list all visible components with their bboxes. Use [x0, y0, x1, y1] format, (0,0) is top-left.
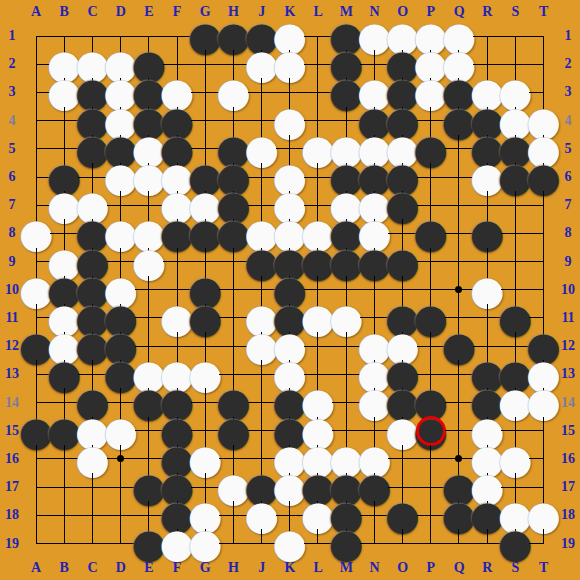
black-stone: ●: [473, 219, 501, 247]
grid-line-vertical: [458, 163, 459, 191]
column-label-top-b: B: [50, 2, 78, 22]
grid-line-horizontal: [529, 317, 544, 318]
grid-line-vertical: [374, 501, 375, 529]
intersection-t14[interactable]: ●: [529, 388, 557, 416]
grid-line-horizontal: [529, 64, 544, 65]
column-label-bottom-o: O: [389, 558, 417, 578]
row-label-right-14: 14: [558, 389, 578, 417]
row-label-right-7: 7: [558, 191, 578, 219]
column-label-bottom-n: N: [360, 558, 388, 578]
intersection-t7[interactable]: [529, 191, 557, 219]
column-label-bottom-e: E: [135, 558, 163, 578]
grid-line-vertical: [317, 78, 318, 106]
intersection-e10[interactable]: [135, 276, 163, 304]
grid-line-vertical: [261, 360, 262, 388]
intersection-k4[interactable]: ●: [276, 107, 304, 135]
intersection-c16[interactable]: ●: [78, 445, 106, 473]
intersection-o16[interactable]: [388, 445, 416, 473]
black-stone: ●: [417, 135, 445, 163]
grid-line-horizontal: [36, 120, 51, 121]
intersection-t2[interactable]: [529, 50, 557, 78]
grid-line-vertical: [430, 332, 431, 360]
column-label-bottom-r: R: [473, 558, 501, 578]
intersection-t6[interactable]: ●: [529, 163, 557, 191]
column-label-top-m: M: [332, 2, 360, 22]
grid-line-vertical: [543, 50, 544, 78]
intersection-t15[interactable]: [529, 417, 557, 445]
intersection-a4[interactable]: [22, 107, 50, 135]
intersection-p19[interactable]: [417, 529, 445, 557]
grid-line-vertical: [402, 529, 403, 544]
grid-line-vertical: [148, 276, 149, 304]
white-stone: ●: [219, 78, 247, 106]
black-stone: ●: [445, 332, 473, 360]
intersection-t9[interactable]: [529, 248, 557, 276]
column-label-top-r: R: [473, 2, 501, 22]
grid-line-vertical: [64, 529, 65, 544]
column-label-top-e: E: [135, 2, 163, 22]
board-grid: ●●●●●●●●●●●●●●●●●●●●●●●●●●●●●●●●●●●●●●●●…: [22, 22, 558, 558]
grid-line-vertical: [36, 360, 37, 388]
grid-line-vertical: [346, 388, 347, 416]
intersection-g11[interactable]: ●: [191, 304, 219, 332]
grid-line-vertical: [543, 36, 544, 51]
grid-line-vertical: [346, 332, 347, 360]
intersection-s8[interactable]: [501, 219, 529, 247]
row-label-left-4: 4: [2, 107, 22, 135]
intersection-a18[interactable]: [22, 501, 50, 529]
intersection-p8[interactable]: ●: [417, 219, 445, 247]
row-label-right-4: 4: [558, 107, 578, 135]
white-stone: ●: [276, 529, 304, 557]
grid-line-vertical: [64, 107, 65, 135]
grid-line-horizontal: [36, 148, 51, 149]
black-stone: ●: [501, 529, 529, 557]
grid-line-vertical: [402, 445, 403, 473]
column-label-bottom-t: T: [530, 558, 558, 578]
hoshi-dot-q16: [455, 455, 462, 462]
grid-line-vertical: [458, 219, 459, 247]
row-label-right-8: 8: [558, 219, 578, 247]
intersection-a5[interactable]: [22, 135, 50, 163]
intersection-p6[interactable]: [417, 163, 445, 191]
intersection-t16[interactable]: [529, 445, 557, 473]
column-label-bottom-f: F: [163, 558, 191, 578]
column-label-top-a: A: [22, 2, 50, 22]
row-label-left-6: 6: [2, 163, 22, 191]
row-label-left-10: 10: [2, 276, 22, 304]
black-stone: ●: [417, 219, 445, 247]
grid-line-vertical: [515, 248, 516, 276]
grid-line-vertical: [205, 107, 206, 135]
grid-line-vertical: [543, 191, 544, 219]
grid-line-horizontal: [529, 36, 544, 37]
grid-line-vertical: [515, 36, 516, 51]
grid-line-vertical: [543, 529, 544, 544]
grid-line-vertical: [458, 248, 459, 276]
grid-line-horizontal: [36, 36, 51, 37]
column-label-top-s: S: [501, 2, 529, 22]
black-stone: ●: [388, 248, 416, 276]
grid-line-vertical: [36, 107, 37, 135]
grid-line-horizontal: [529, 543, 544, 544]
grid-line-vertical: [64, 445, 65, 473]
grid-line-vertical: [92, 529, 93, 544]
intersection-b19[interactable]: [50, 529, 78, 557]
intersection-e9[interactable]: ●: [135, 248, 163, 276]
grid-line-vertical: [487, 304, 488, 332]
white-stone: ●: [107, 417, 135, 445]
grid-line-vertical: [515, 191, 516, 219]
row-label-right-16: 16: [558, 445, 578, 473]
white-stone: ●: [135, 248, 163, 276]
grid-line-vertical: [36, 78, 37, 106]
intersection-s19[interactable]: ●: [501, 529, 529, 557]
grid-line-vertical: [36, 36, 37, 51]
row-label-right-1: 1: [558, 22, 578, 50]
white-stone: ●: [191, 529, 219, 557]
white-stone: ●: [276, 50, 304, 78]
row-label-left-16: 16: [2, 445, 22, 473]
grid-line-vertical: [120, 473, 121, 501]
grid-line-vertical: [36, 135, 37, 163]
grid-line-vertical: [205, 78, 206, 106]
grid-line-horizontal: [36, 458, 51, 459]
row-label-left-5: 5: [2, 135, 22, 163]
intersection-b17[interactable]: [50, 473, 78, 501]
intersection-q9[interactable]: [445, 248, 473, 276]
grid-line-vertical: [233, 332, 234, 360]
column-label-bottom-c: C: [78, 558, 106, 578]
grid-line-vertical: [233, 276, 234, 304]
row-label-left-12: 12: [2, 332, 22, 360]
grid-line-vertical: [317, 529, 318, 544]
intersection-r8[interactable]: ●: [473, 219, 501, 247]
grid-line-vertical: [261, 417, 262, 445]
grid-line-horizontal: [36, 515, 51, 516]
row-label-left-1: 1: [2, 22, 22, 50]
intersection-a1[interactable]: [22, 22, 50, 50]
row-label-left-13: 13: [2, 360, 22, 388]
column-label-bottom-j: J: [248, 558, 276, 578]
grid-line-vertical: [487, 529, 488, 544]
white-stone: ●: [473, 276, 501, 304]
grid-line-vertical: [430, 248, 431, 276]
go-board: ●●●●●●●●●●●●●●●●●●●●●●●●●●●●●●●●●●●●●●●●…: [0, 0, 580, 580]
grid-line-vertical: [543, 445, 544, 473]
column-label-top-d: D: [107, 2, 135, 22]
grid-line-vertical: [261, 78, 262, 106]
grid-line-vertical: [543, 248, 544, 276]
row-label-right-9: 9: [558, 248, 578, 276]
grid-line-vertical: [261, 529, 262, 544]
grid-line-vertical: [430, 473, 431, 501]
intersection-c18[interactable]: [78, 501, 106, 529]
grid-line-vertical: [92, 501, 93, 529]
grid-line-vertical: [317, 50, 318, 78]
grid-line-horizontal: [529, 205, 544, 206]
column-label-bottom-g: G: [191, 558, 219, 578]
grid-line-vertical: [205, 388, 206, 416]
grid-line-vertical: [317, 36, 318, 51]
grid-line-vertical: [458, 388, 459, 416]
black-stone: ●: [417, 417, 445, 445]
grid-line-vertical: [120, 529, 121, 544]
grid-line-vertical: [177, 248, 178, 276]
grid-line-horizontal: [36, 402, 51, 403]
black-stone: ●: [191, 304, 219, 332]
intersection-t8[interactable]: [529, 219, 557, 247]
intersection-h19[interactable]: [219, 529, 247, 557]
intersection-q19[interactable]: [445, 529, 473, 557]
column-label-bottom-s: S: [501, 558, 529, 578]
column-label-top-n: N: [360, 2, 388, 22]
column-label-top-g: G: [191, 2, 219, 22]
row-label-right-12: 12: [558, 332, 578, 360]
intersection-n19[interactable]: [360, 529, 388, 557]
intersection-t10[interactable]: [529, 276, 557, 304]
white-stone: ●: [78, 445, 106, 473]
grid-line-vertical: [430, 501, 431, 529]
intersection-o18[interactable]: ●: [388, 501, 416, 529]
grid-line-vertical: [148, 417, 149, 445]
row-label-left-14: 14: [2, 389, 22, 417]
intersection-c19[interactable]: [78, 529, 106, 557]
row-label-left-7: 7: [2, 191, 22, 219]
grid-line-vertical: [233, 501, 234, 529]
grid-line-horizontal: [529, 261, 544, 262]
intersection-m19[interactable]: ●: [332, 529, 360, 557]
grid-line-vertical: [120, 501, 121, 529]
intersection-k2[interactable]: ●: [276, 50, 304, 78]
black-stone: ●: [332, 529, 360, 557]
column-label-top-o: O: [389, 2, 417, 22]
grid-line-vertical: [233, 529, 234, 544]
grid-line-vertical: [430, 529, 431, 544]
grid-line-vertical: [233, 248, 234, 276]
row-label-right-2: 2: [558, 50, 578, 78]
black-stone: ●: [219, 417, 247, 445]
grid-line-vertical: [543, 276, 544, 304]
grid-line-vertical: [36, 50, 37, 78]
column-label-bottom-k: K: [276, 558, 304, 578]
grid-line-vertical: [543, 417, 544, 445]
grid-line-vertical: [36, 501, 37, 529]
grid-line-vertical: [515, 219, 516, 247]
black-stone: ●: [388, 501, 416, 529]
intersection-f9[interactable]: [163, 248, 191, 276]
column-label-bottom-a: A: [22, 558, 50, 578]
intersection-a19[interactable]: [22, 529, 50, 557]
white-stone: ●: [529, 388, 557, 416]
grid-line-vertical: [233, 304, 234, 332]
column-label-top-t: T: [530, 2, 558, 22]
white-stone: ●: [276, 107, 304, 135]
row-label-left-3: 3: [2, 78, 22, 106]
column-label-bottom-h: H: [219, 558, 247, 578]
intersection-a17[interactable]: [22, 473, 50, 501]
intersection-b18[interactable]: [50, 501, 78, 529]
column-label-bottom-b: B: [50, 558, 78, 578]
row-label-right-17: 17: [558, 473, 578, 501]
intersection-r1[interactable]: [473, 22, 501, 50]
grid-line-vertical: [487, 36, 488, 51]
row-label-right-19: 19: [558, 530, 578, 558]
row-label-right-10: 10: [558, 276, 578, 304]
grid-line-vertical: [430, 163, 431, 191]
intersection-k19[interactable]: ●: [276, 529, 304, 557]
intersection-q7[interactable]: [445, 191, 473, 219]
row-label-right-11: 11: [558, 304, 578, 332]
intersection-s9[interactable]: [501, 248, 529, 276]
grid-line-vertical: [64, 473, 65, 501]
intersection-p9[interactable]: [417, 248, 445, 276]
intersection-o9[interactable]: ●: [388, 248, 416, 276]
grid-line-vertical: [458, 529, 459, 544]
intersection-a8[interactable]: ●: [22, 219, 50, 247]
grid-line-vertical: [458, 191, 459, 219]
column-label-top-j: J: [248, 2, 276, 22]
grid-line-vertical: [36, 445, 37, 473]
grid-line-vertical: [458, 417, 459, 445]
column-label-bottom-m: M: [332, 558, 360, 578]
row-label-right-3: 3: [558, 78, 578, 106]
grid-line-vertical: [374, 529, 375, 544]
white-stone: ●: [529, 501, 557, 529]
grid-line-vertical: [261, 163, 262, 191]
grid-line-vertical: [317, 163, 318, 191]
grid-line-vertical: [458, 360, 459, 388]
grid-line-horizontal: [529, 289, 544, 290]
grid-line-vertical: [261, 388, 262, 416]
grid-line-vertical: [374, 276, 375, 304]
grid-line-vertical: [148, 304, 149, 332]
intersection-l12[interactable]: [304, 332, 332, 360]
row-label-left-17: 17: [2, 473, 22, 501]
intersection-s1[interactable]: [501, 22, 529, 50]
column-label-bottom-l: L: [304, 558, 332, 578]
column-label-top-k: K: [276, 2, 304, 22]
intersection-t1[interactable]: [529, 22, 557, 50]
white-stone: ●: [501, 445, 529, 473]
row-label-left-11: 11: [2, 304, 22, 332]
grid-line-horizontal: [36, 543, 51, 544]
column-label-bottom-d: D: [107, 558, 135, 578]
grid-line-vertical: [458, 135, 459, 163]
grid-line-vertical: [64, 501, 65, 529]
grid-line-vertical: [36, 473, 37, 501]
row-label-right-13: 13: [558, 360, 578, 388]
intersection-d15[interactable]: ●: [107, 417, 135, 445]
intersection-t18[interactable]: ●: [529, 501, 557, 529]
grid-line-vertical: [317, 332, 318, 360]
intersection-c17[interactable]: [78, 473, 106, 501]
column-label-top-q: Q: [445, 2, 473, 22]
row-label-left-8: 8: [2, 219, 22, 247]
row-label-left-19: 19: [2, 530, 22, 558]
intersection-o19[interactable]: [388, 529, 416, 557]
intersection-q12[interactable]: ●: [445, 332, 473, 360]
hoshi-dot-d16: [117, 455, 124, 462]
grid-line-vertical: [36, 529, 37, 544]
column-label-bottom-p: P: [417, 558, 445, 578]
column-label-bottom-q: Q: [445, 558, 473, 578]
row-label-left-9: 9: [2, 248, 22, 276]
intersection-h3[interactable]: ●: [219, 78, 247, 106]
intersection-r10[interactable]: ●: [473, 276, 501, 304]
intersection-t19[interactable]: [529, 529, 557, 557]
intersection-p5[interactable]: ●: [417, 135, 445, 163]
row-label-left-2: 2: [2, 50, 22, 78]
hoshi-dot-q10: [455, 286, 462, 293]
intersection-a16[interactable]: [22, 445, 50, 473]
row-label-left-18: 18: [2, 501, 22, 529]
grid-line-vertical: [92, 473, 93, 501]
intersection-s16[interactable]: ●: [501, 445, 529, 473]
white-stone: ●: [22, 219, 50, 247]
intersection-h15[interactable]: ●: [219, 417, 247, 445]
grid-line-horizontal: [529, 430, 544, 431]
black-stone: ●: [529, 163, 557, 191]
column-label-top-p: P: [417, 2, 445, 22]
column-label-top-f: F: [163, 2, 191, 22]
column-label-top-l: L: [304, 2, 332, 22]
grid-line-vertical: [543, 219, 544, 247]
grid-line-horizontal: [529, 458, 544, 459]
grid-line-vertical: [177, 36, 178, 51]
grid-line-vertical: [346, 360, 347, 388]
row-label-left-15: 15: [2, 417, 22, 445]
intersection-s7[interactable]: [501, 191, 529, 219]
intersection-g19[interactable]: ●: [191, 529, 219, 557]
grid-line-vertical: [36, 163, 37, 191]
column-label-top-c: C: [78, 2, 106, 22]
column-label-top-h: H: [219, 2, 247, 22]
row-label-right-6: 6: [558, 163, 578, 191]
grid-line-vertical: [205, 50, 206, 78]
row-label-right-15: 15: [558, 417, 578, 445]
grid-line-horizontal: [529, 92, 544, 93]
grid-line-horizontal: [36, 487, 51, 488]
intersection-p15[interactable]: ●: [417, 417, 445, 445]
row-label-right-5: 5: [558, 135, 578, 163]
grid-line-vertical: [430, 445, 431, 473]
row-label-right-18: 18: [558, 501, 578, 529]
grid-line-horizontal: [529, 233, 544, 234]
grid-line-horizontal: [529, 487, 544, 488]
